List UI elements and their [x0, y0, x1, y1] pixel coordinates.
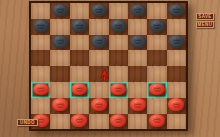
- square-r3c6[interactable]: [147, 50, 166, 66]
- square-r0c4[interactable]: [109, 3, 128, 19]
- square-r1c7[interactable]: [167, 19, 186, 35]
- square-r2c1[interactable]: ⛂: [50, 35, 69, 51]
- game-window: ⛂⛂⛂⛂⛂⛂⛂⛂⛂⛂⛂⛂⛂⛂⛂⛂⛂⛂⛂⛂⛂⛂⛂⛂ SAVE MENU UNDO: [0, 0, 220, 137]
- black-piece[interactable]: ⛂: [168, 35, 184, 48]
- square-r5c5[interactable]: [128, 82, 147, 98]
- square-r7c5[interactable]: [128, 114, 147, 130]
- square-r0c7[interactable]: ⛂: [167, 3, 186, 19]
- board: ⛂⛂⛂⛂⛂⛂⛂⛂⛂⛂⛂⛂⛂⛂⛂⛂⛂⛂⛂⛂⛂⛂⛂⛂: [29, 1, 188, 131]
- square-r0c5[interactable]: ⛂: [128, 3, 147, 19]
- red-piece[interactable]: ⛂: [110, 114, 126, 127]
- square-r4c0[interactable]: [31, 66, 50, 82]
- square-r5c0[interactable]: ⛂: [31, 82, 50, 98]
- square-r2c6[interactable]: [147, 35, 166, 51]
- square-r1c1[interactable]: [50, 19, 69, 35]
- square-r0c6[interactable]: [147, 3, 166, 19]
- square-r7c6[interactable]: ⛂: [147, 114, 166, 130]
- cursor-arrow: [100, 69, 109, 81]
- black-piece[interactable]: ⛂: [110, 19, 126, 32]
- square-r0c2[interactable]: [70, 3, 89, 19]
- square-r0c0[interactable]: [31, 3, 50, 19]
- black-piece[interactable]: ⛂: [33, 19, 49, 32]
- square-r1c2[interactable]: ⛂: [70, 19, 89, 35]
- square-r5c1[interactable]: [50, 82, 69, 98]
- square-r0c3[interactable]: ⛂: [89, 3, 108, 19]
- black-piece[interactable]: ⛂: [168, 4, 184, 17]
- square-r7c4[interactable]: ⛂: [109, 114, 128, 130]
- black-piece[interactable]: ⛂: [130, 35, 146, 48]
- square-r2c0[interactable]: [31, 35, 50, 51]
- red-piece[interactable]: ⛂: [33, 83, 49, 96]
- red-piece[interactable]: ⛂: [71, 114, 87, 127]
- black-piece[interactable]: ⛂: [130, 4, 146, 17]
- square-r3c1[interactable]: [50, 50, 69, 66]
- square-r6c7[interactable]: ⛂: [167, 98, 186, 114]
- square-r6c4[interactable]: [109, 98, 128, 114]
- black-piece[interactable]: ⛂: [52, 4, 68, 17]
- square-r5c2[interactable]: ⛂: [70, 82, 89, 98]
- square-r7c1[interactable]: [50, 114, 69, 130]
- square-r6c3[interactable]: ⛂: [89, 98, 108, 114]
- menu-button[interactable]: MENU: [196, 21, 214, 28]
- square-r2c5[interactable]: ⛂: [128, 35, 147, 51]
- square-r1c0[interactable]: ⛂: [31, 19, 50, 35]
- square-r4c2[interactable]: [70, 66, 89, 82]
- square-r6c2[interactable]: [70, 98, 89, 114]
- square-r1c5[interactable]: [128, 19, 147, 35]
- square-r6c0[interactable]: [31, 98, 50, 114]
- black-piece[interactable]: ⛂: [91, 35, 107, 48]
- square-r5c6[interactable]: ⛂: [147, 82, 166, 98]
- square-r6c6[interactable]: [147, 98, 166, 114]
- square-r3c4[interactable]: [109, 50, 128, 66]
- undo-button[interactable]: UNDO: [17, 119, 38, 126]
- red-piece[interactable]: ⛂: [110, 83, 126, 96]
- square-r0c1[interactable]: ⛂: [50, 3, 69, 19]
- red-piece[interactable]: ⛂: [52, 98, 68, 111]
- red-piece[interactable]: ⛂: [149, 114, 165, 127]
- square-r5c7[interactable]: [167, 82, 186, 98]
- square-r3c2[interactable]: [70, 50, 89, 66]
- square-r5c4[interactable]: ⛂: [109, 82, 128, 98]
- black-piece[interactable]: ⛂: [149, 19, 165, 32]
- square-r1c3[interactable]: [89, 19, 108, 35]
- square-r4c1[interactable]: [50, 66, 69, 82]
- save-button[interactable]: SAVE: [196, 13, 214, 20]
- red-piece[interactable]: ⛂: [71, 83, 87, 96]
- square-r5c3[interactable]: [89, 82, 108, 98]
- square-r2c3[interactable]: ⛂: [89, 35, 108, 51]
- black-piece[interactable]: ⛂: [52, 35, 68, 48]
- square-r4c6[interactable]: [147, 66, 166, 82]
- red-piece[interactable]: ⛂: [130, 98, 146, 111]
- square-r2c2[interactable]: [70, 35, 89, 51]
- square-r3c3[interactable]: [89, 50, 108, 66]
- square-r3c5[interactable]: [128, 50, 147, 66]
- square-r7c2[interactable]: ⛂: [70, 114, 89, 130]
- square-r6c5[interactable]: ⛂: [128, 98, 147, 114]
- square-r2c4[interactable]: [109, 35, 128, 51]
- square-r7c3[interactable]: [89, 114, 108, 130]
- black-piece[interactable]: ⛂: [71, 19, 87, 32]
- black-piece[interactable]: ⛂: [91, 4, 107, 17]
- red-piece[interactable]: ⛂: [168, 98, 184, 111]
- square-r4c5[interactable]: [128, 66, 147, 82]
- square-r3c7[interactable]: [167, 50, 186, 66]
- square-r1c4[interactable]: ⛂: [109, 19, 128, 35]
- red-piece[interactable]: ⛂: [149, 83, 165, 96]
- square-r1c6[interactable]: ⛂: [147, 19, 166, 35]
- square-r2c7[interactable]: ⛂: [167, 35, 186, 51]
- square-r6c1[interactable]: ⛂: [50, 98, 69, 114]
- square-r4c7[interactable]: [167, 66, 186, 82]
- red-piece[interactable]: ⛂: [91, 98, 107, 111]
- square-r3c0[interactable]: [31, 50, 50, 66]
- square-r7c7[interactable]: [167, 114, 186, 130]
- square-r4c4[interactable]: [109, 66, 128, 82]
